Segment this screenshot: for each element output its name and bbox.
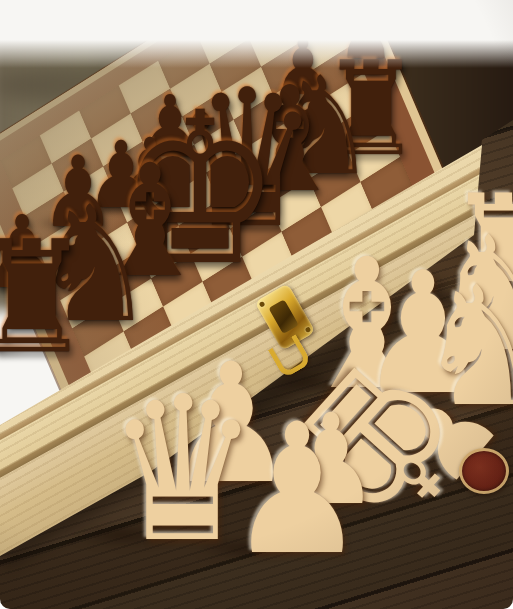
piece-shadow (35, 219, 76, 227)
clasp-screw (305, 326, 312, 333)
clasp-slot (268, 299, 299, 334)
clasp-screw (259, 301, 266, 308)
pawn-felt-base (459, 448, 509, 494)
piece-shadow (269, 89, 302, 96)
piece-shadow (107, 249, 195, 267)
piece-shadow (193, 538, 292, 558)
piece-shadow (23, 311, 90, 324)
photo-white-band (0, 0, 513, 70)
piece-shadow (0, 342, 29, 355)
piece-shadow (314, 146, 369, 157)
chess-set-photo: abcdefgh ♟♟♜♟♞♝♟♟♛♟♚♝♟♞♜ ♜♞♝♟♞♟♚♟♟♛♟ (0, 0, 513, 609)
piece-shadow (68, 524, 178, 546)
piece-shadow (264, 165, 321, 176)
piece-shadow (402, 336, 489, 353)
piece-shadow (82, 266, 147, 279)
